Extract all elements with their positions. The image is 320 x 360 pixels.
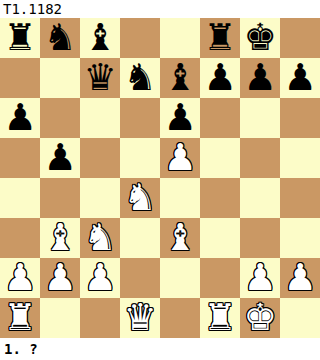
white-pawn-icon: ♟ — [243, 258, 276, 298]
square-h6[interactable] — [280, 98, 320, 138]
black-pawn-icon: ♟ — [243, 58, 276, 98]
white-bishop-icon: ♝ — [43, 218, 76, 258]
black-pawn-icon: ♟ — [283, 58, 316, 98]
square-c3[interactable]: ♞ — [80, 218, 120, 258]
square-b2[interactable]: ♟ — [40, 258, 80, 298]
black-bishop-icon: ♝ — [83, 18, 116, 58]
square-f8[interactable]: ♜ — [200, 18, 240, 58]
square-h4[interactable] — [280, 178, 320, 218]
square-e2[interactable] — [160, 258, 200, 298]
chess-puzzle-window: T1.1182 ♜♞♝♜♚♛♞♝♟♟♟♟♟♟♟♞♝♞♝♟♟♟♟♟♜♛♜♚ 1. … — [0, 0, 320, 360]
square-c4[interactable] — [80, 178, 120, 218]
square-b6[interactable] — [40, 98, 80, 138]
black-pawn-icon: ♟ — [163, 98, 196, 138]
square-e1[interactable] — [160, 298, 200, 338]
square-b7[interactable] — [40, 58, 80, 98]
square-d1[interactable]: ♛ — [120, 298, 160, 338]
white-king-icon: ♚ — [243, 298, 276, 338]
square-a2[interactable]: ♟ — [0, 258, 40, 298]
move-prompt: 1. ? — [4, 338, 38, 360]
square-c5[interactable] — [80, 138, 120, 178]
square-f4[interactable] — [200, 178, 240, 218]
square-a1[interactable]: ♜ — [0, 298, 40, 338]
square-h3[interactable] — [280, 218, 320, 258]
square-c6[interactable] — [80, 98, 120, 138]
white-pawn-icon: ♟ — [283, 258, 316, 298]
square-a7[interactable] — [0, 58, 40, 98]
black-knight-icon: ♞ — [43, 18, 76, 58]
square-a5[interactable] — [0, 138, 40, 178]
square-d6[interactable] — [120, 98, 160, 138]
square-b4[interactable] — [40, 178, 80, 218]
square-e7[interactable]: ♝ — [160, 58, 200, 98]
chess-board: ♜♞♝♜♚♛♞♝♟♟♟♟♟♟♟♞♝♞♝♟♟♟♟♟♜♛♜♚ — [0, 18, 320, 338]
square-e8[interactable] — [160, 18, 200, 58]
square-f6[interactable] — [200, 98, 240, 138]
square-e6[interactable]: ♟ — [160, 98, 200, 138]
square-g8[interactable]: ♚ — [240, 18, 280, 58]
square-h1[interactable] — [280, 298, 320, 338]
square-e5[interactable]: ♟ — [160, 138, 200, 178]
black-queen-icon: ♛ — [83, 58, 116, 98]
square-g2[interactable]: ♟ — [240, 258, 280, 298]
square-d2[interactable] — [120, 258, 160, 298]
white-pawn-icon: ♟ — [3, 258, 36, 298]
white-rook-icon: ♜ — [203, 298, 236, 338]
square-b8[interactable]: ♞ — [40, 18, 80, 58]
white-pawn-icon: ♟ — [83, 258, 116, 298]
square-d5[interactable] — [120, 138, 160, 178]
square-a4[interactable] — [0, 178, 40, 218]
square-g5[interactable] — [240, 138, 280, 178]
square-b3[interactable]: ♝ — [40, 218, 80, 258]
black-pawn-icon: ♟ — [203, 58, 236, 98]
square-c2[interactable]: ♟ — [80, 258, 120, 298]
white-bishop-icon: ♝ — [163, 218, 196, 258]
black-rook-icon: ♜ — [3, 18, 36, 58]
white-knight-icon: ♞ — [83, 218, 116, 258]
square-f7[interactable]: ♟ — [200, 58, 240, 98]
square-d3[interactable] — [120, 218, 160, 258]
square-e4[interactable] — [160, 178, 200, 218]
black-pawn-icon: ♟ — [3, 98, 36, 138]
square-d8[interactable] — [120, 18, 160, 58]
square-g3[interactable] — [240, 218, 280, 258]
square-a8[interactable]: ♜ — [0, 18, 40, 58]
square-d4[interactable]: ♞ — [120, 178, 160, 218]
white-knight-icon: ♞ — [123, 178, 156, 218]
square-b5[interactable]: ♟ — [40, 138, 80, 178]
white-queen-icon: ♛ — [123, 298, 156, 338]
black-bishop-icon: ♝ — [163, 58, 196, 98]
black-king-icon: ♚ — [243, 18, 276, 58]
square-g7[interactable]: ♟ — [240, 58, 280, 98]
square-c1[interactable] — [80, 298, 120, 338]
square-h7[interactable]: ♟ — [280, 58, 320, 98]
black-knight-icon: ♞ — [123, 58, 156, 98]
square-c8[interactable]: ♝ — [80, 18, 120, 58]
square-f1[interactable]: ♜ — [200, 298, 240, 338]
puzzle-title: T1.1182 — [3, 0, 62, 18]
square-a3[interactable] — [0, 218, 40, 258]
square-e3[interactable]: ♝ — [160, 218, 200, 258]
black-rook-icon: ♜ — [203, 18, 236, 58]
black-pawn-icon: ♟ — [43, 138, 76, 178]
white-rook-icon: ♜ — [3, 298, 36, 338]
square-c7[interactable]: ♛ — [80, 58, 120, 98]
square-h5[interactable] — [280, 138, 320, 178]
square-b1[interactable] — [40, 298, 80, 338]
square-g4[interactable] — [240, 178, 280, 218]
square-d7[interactable]: ♞ — [120, 58, 160, 98]
square-f2[interactable] — [200, 258, 240, 298]
square-h2[interactable]: ♟ — [280, 258, 320, 298]
square-f5[interactable] — [200, 138, 240, 178]
square-g1[interactable]: ♚ — [240, 298, 280, 338]
white-pawn-icon: ♟ — [163, 138, 196, 178]
square-h8[interactable] — [280, 18, 320, 58]
square-g6[interactable] — [240, 98, 280, 138]
square-a6[interactable]: ♟ — [0, 98, 40, 138]
white-pawn-icon: ♟ — [43, 258, 76, 298]
square-f3[interactable] — [200, 218, 240, 258]
